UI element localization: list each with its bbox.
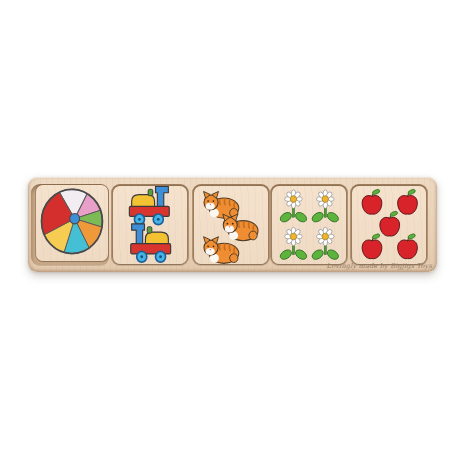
trains-tile[interactable] bbox=[113, 186, 187, 264]
apples-tile-art bbox=[352, 186, 426, 264]
brand-caption: Lovingly made by Bigjigs Toys bbox=[327, 263, 432, 270]
puzzle-slot-4 bbox=[270, 184, 348, 266]
flowers-tile-art bbox=[272, 186, 346, 264]
cats-tile[interactable] bbox=[194, 186, 268, 264]
apples-tile[interactable] bbox=[352, 186, 426, 264]
puzzle-slot-5 bbox=[350, 184, 428, 266]
puzzle-slot-2 bbox=[111, 184, 189, 266]
cats-tile-art bbox=[194, 186, 268, 264]
flowers-tile[interactable] bbox=[272, 186, 346, 264]
puzzle-slot-1 bbox=[31, 184, 109, 266]
puzzle-board: Lovingly made by Bigjigs Toys bbox=[28, 177, 437, 272]
puzzle-slot-3 bbox=[192, 184, 270, 266]
beachball-tile-art bbox=[36, 185, 108, 261]
photo-background: Lovingly made by Bigjigs Toys bbox=[0, 0, 450, 450]
trains-tile-art bbox=[113, 186, 187, 264]
ball-tile[interactable] bbox=[36, 185, 108, 261]
